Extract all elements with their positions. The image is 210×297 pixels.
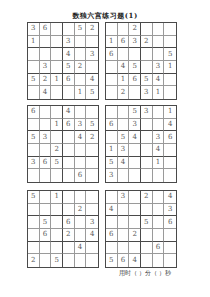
- cell-r5c5: [75, 157, 87, 170]
- cell-r3c1: [28, 216, 40, 229]
- cell-r1c5: [75, 106, 87, 119]
- cell-r4c3: 5: [129, 61, 141, 74]
- cell-r1c1: [106, 191, 118, 204]
- cell-r4c6: [86, 61, 98, 74]
- cell-r5c5: 1: [153, 157, 165, 170]
- cell-r2c1: 1: [28, 36, 40, 49]
- time-used-line: 用时（ ）分（ ）秒: [100, 269, 190, 278]
- cell-r5c6: [164, 74, 176, 87]
- cell-r1c4: [63, 23, 75, 36]
- cell-r6c5: 1: [75, 86, 87, 99]
- cell-r4c3: 2: [51, 144, 63, 157]
- cell-r3c2: [118, 48, 130, 61]
- cell-r1c1: [106, 106, 118, 119]
- cell-r4c2: 4: [118, 61, 130, 74]
- cell-r5c3: [129, 157, 141, 170]
- cell-r2c1: [28, 204, 40, 217]
- cell-r1c4: 3: [141, 106, 153, 119]
- cell-r6c3: [51, 86, 63, 99]
- cell-r6c1: [28, 86, 40, 99]
- cell-r5c4: 5: [141, 74, 153, 87]
- cell-r1c1: 3: [28, 23, 40, 36]
- cell-r6c4: [63, 169, 75, 182]
- cell-r4c1: 6: [106, 229, 118, 242]
- cell-r5c6: [164, 242, 176, 255]
- cell-r2c5: 3: [75, 119, 87, 132]
- cell-r4c4: [141, 144, 153, 157]
- cell-r6c6: 5: [86, 86, 98, 99]
- cell-r5c4: [141, 242, 153, 255]
- sudoku-grid-5: 512563624425: [27, 190, 99, 268]
- cell-r2c5: 2: [75, 204, 87, 217]
- cell-r1c3: 1: [51, 191, 63, 204]
- cell-r4c2: [118, 229, 130, 242]
- cell-r5c2: [118, 242, 130, 255]
- cell-r4c2: 3: [118, 144, 130, 157]
- cell-r5c6: 4: [86, 74, 98, 87]
- cell-r6c4: [63, 86, 75, 99]
- cell-r5c4: 6: [63, 74, 75, 87]
- cell-r4c3: 2: [129, 229, 141, 242]
- cell-r2c4: 3: [63, 36, 75, 49]
- cell-r1c2: [40, 191, 52, 204]
- cell-r3c6: 3: [86, 48, 98, 61]
- cell-r5c1: [28, 242, 40, 255]
- cell-r1c4: [141, 23, 153, 36]
- cell-r1c5: 5: [75, 23, 87, 36]
- cell-r2c3: 1: [51, 119, 63, 132]
- cell-r6c5: [153, 254, 165, 267]
- cell-r5c2: 6: [40, 157, 52, 170]
- cell-r6c4: [141, 254, 153, 267]
- cell-r5c2: 4: [118, 157, 130, 170]
- cell-r5c4: [141, 157, 153, 170]
- cell-r6c1: [106, 86, 118, 99]
- cell-r4c6: [164, 229, 176, 242]
- cell-r3c4: 5: [141, 216, 153, 229]
- cell-r1c5: [153, 191, 165, 204]
- sudoku-grid-6: 3244356626564: [105, 190, 177, 268]
- cell-r5c1: 5: [106, 157, 118, 170]
- cell-r2c3: [129, 204, 141, 217]
- cell-r1c2: [118, 106, 130, 119]
- cell-r1c4: 4: [63, 106, 75, 119]
- cell-r4c4: 2: [63, 229, 75, 242]
- cell-r3c1: 6: [106, 48, 118, 61]
- cell-r5c4: [63, 242, 75, 255]
- cell-r6c2: 4: [40, 86, 52, 99]
- cell-r2c4: [63, 204, 75, 217]
- cell-r2c5: [153, 119, 165, 132]
- cell-r3c1: [28, 48, 40, 61]
- cell-r3c5: [75, 48, 87, 61]
- cell-r4c6: 1: [164, 61, 176, 74]
- cell-r3c2: [40, 48, 52, 61]
- cell-r5c6: [86, 242, 98, 255]
- cell-r1c1: 5: [28, 191, 40, 204]
- cell-r4c2: [40, 144, 52, 157]
- cell-r3c3: [129, 48, 141, 61]
- cell-r3c2: 5: [40, 216, 52, 229]
- cell-r4c1: [28, 229, 40, 242]
- cell-r4c4: [141, 229, 153, 242]
- cell-r2c6: 5: [86, 119, 98, 132]
- cell-r2c1: 6: [106, 119, 118, 132]
- cell-r2c6: [164, 36, 176, 49]
- cell-r1c5: [153, 106, 165, 119]
- cell-r2c6: [86, 36, 98, 49]
- cell-r6c6: [86, 169, 98, 182]
- cell-r2c1: 1: [106, 36, 118, 49]
- cell-r3c5: [153, 48, 165, 61]
- cell-r4c1: 1: [106, 144, 118, 157]
- cell-r3c5: [153, 216, 165, 229]
- cell-r3c3: [129, 216, 141, 229]
- cell-r4c6: [86, 144, 98, 157]
- cell-r3c2: 3: [40, 131, 52, 144]
- cell-r2c3: [51, 204, 63, 217]
- cell-r4c6: [164, 144, 176, 157]
- cell-r6c3: [51, 169, 63, 182]
- cell-r2c2: 6: [118, 36, 130, 49]
- cell-r6c2: 6: [118, 254, 130, 267]
- cell-r3c1: 5: [28, 131, 40, 144]
- cell-r2c3: 3: [129, 36, 141, 49]
- cell-r2c6: 4: [164, 119, 176, 132]
- cell-r1c4: 2: [141, 191, 153, 204]
- cell-r5c1: 5: [28, 74, 40, 87]
- cell-r3c3: [51, 216, 63, 229]
- cell-r5c5: 4: [153, 74, 165, 87]
- cell-r6c3: 4: [129, 254, 141, 267]
- cell-r2c4: [141, 204, 153, 217]
- cell-r2c2: [118, 119, 130, 132]
- cell-r6c5: [153, 169, 165, 182]
- cell-r1c3: 5: [129, 106, 141, 119]
- cell-r3c6: 6: [164, 131, 176, 144]
- cell-r4c5: [153, 229, 165, 242]
- cell-r6c2: [40, 169, 52, 182]
- cell-r6c4: 3: [141, 86, 153, 99]
- sudoku-grid-4: 53163454361345413: [105, 105, 177, 183]
- cell-r1c2: [40, 106, 52, 119]
- cell-r4c4: [63, 144, 75, 157]
- cell-r1c5: [153, 23, 165, 36]
- cell-r6c5: 1: [153, 86, 165, 99]
- cell-r3c2: 5: [118, 131, 130, 144]
- cell-r3c6: 5: [164, 48, 176, 61]
- cell-r4c5: 2: [75, 61, 87, 74]
- cell-r3c4: 4: [63, 48, 75, 61]
- cell-r5c1: [106, 74, 118, 87]
- cell-r4c4: [141, 61, 153, 74]
- cell-r6c1: 5: [106, 254, 118, 267]
- cell-r5c2: 2: [40, 74, 52, 87]
- cell-r5c5: [75, 74, 87, 87]
- cell-r1c2: [118, 23, 130, 36]
- cell-r1c3: [51, 106, 63, 119]
- cell-r5c5: 4: [75, 242, 87, 255]
- cell-r2c3: [51, 36, 63, 49]
- cell-r3c4: [141, 48, 153, 61]
- cell-r5c3: [129, 242, 141, 255]
- cell-r5c4: [63, 157, 75, 170]
- cell-r1c5: [75, 191, 87, 204]
- cell-r1c6: 1: [164, 106, 176, 119]
- cell-r4c1: [28, 61, 40, 74]
- cell-r3c4: [63, 131, 75, 144]
- cell-r3c5: 3: [153, 131, 165, 144]
- cell-r6c4: [141, 169, 153, 182]
- cell-r2c2: [40, 36, 52, 49]
- cell-r4c5: 4: [153, 144, 165, 157]
- cell-r1c3: 2: [129, 23, 141, 36]
- cell-r5c3: 6: [129, 74, 141, 87]
- cell-r3c6: 6: [164, 216, 176, 229]
- cell-r5c1: [106, 242, 118, 255]
- cell-r5c3: 5: [51, 157, 63, 170]
- cell-r2c5: [75, 36, 87, 49]
- cell-r2c5: [153, 36, 165, 49]
- cell-r4c5: 3: [153, 61, 165, 74]
- cell-r3c3: [51, 131, 63, 144]
- cell-r4c6: 4: [86, 229, 98, 242]
- cell-r3c5: [75, 216, 87, 229]
- cell-r4c1: [106, 61, 118, 74]
- cell-r4c4: 5: [63, 61, 75, 74]
- cell-r1c3: [129, 191, 141, 204]
- cell-r5c6: [164, 157, 176, 170]
- cell-r3c5: 4: [75, 131, 87, 144]
- cell-r3c2: [118, 216, 130, 229]
- cell-r4c2: 3: [40, 61, 52, 74]
- cell-r1c1: 6: [28, 106, 40, 119]
- cell-r6c5: 6: [75, 169, 87, 182]
- cell-r6c2: [118, 169, 130, 182]
- cell-r6c6: [86, 254, 98, 267]
- cell-r2c1: 4: [106, 204, 118, 217]
- cell-r4c3: [51, 229, 63, 242]
- sudoku-grid-3: 641635534223656: [27, 105, 99, 183]
- cell-r6c2: 2: [118, 86, 130, 99]
- cell-r3c4: [141, 131, 153, 144]
- cell-r4c5: [75, 229, 87, 242]
- cell-r3c1: [106, 131, 118, 144]
- cell-r2c2: [118, 204, 130, 217]
- sudoku-grid-2: 216326545311654231: [105, 22, 177, 100]
- page-title: 数独六宫练习题(1): [0, 11, 210, 21]
- cell-r1c2: 3: [118, 191, 130, 204]
- cell-r4c3: [129, 144, 141, 157]
- cell-r6c5: [75, 254, 87, 267]
- cell-r2c4: [141, 119, 153, 132]
- cell-r2c5: [153, 204, 165, 217]
- cell-r3c1: [106, 216, 118, 229]
- cell-r1c6: 2: [86, 23, 98, 36]
- cell-r5c2: [40, 242, 52, 255]
- cell-r2c6: 3: [164, 204, 176, 217]
- worksheet-page: 数独六宫练习题(1) 3652134335252164415 216326545…: [0, 0, 210, 297]
- cell-r1c6: [86, 106, 98, 119]
- cell-r5c3: [51, 242, 63, 255]
- cell-r4c1: [28, 144, 40, 157]
- cell-r2c2: [40, 204, 52, 217]
- cell-r1c6: [164, 23, 176, 36]
- sudoku-grid-1: 3652134335252164415: [27, 22, 99, 100]
- cell-r6c3: 5: [51, 254, 63, 267]
- cell-r5c2: 1: [118, 74, 130, 87]
- cell-r1c4: [63, 191, 75, 204]
- cell-r1c3: [51, 23, 63, 36]
- cell-r5c6: [86, 157, 98, 170]
- cell-r6c6: [164, 86, 176, 99]
- cell-r3c3: [51, 48, 63, 61]
- cell-r1c2: 6: [40, 23, 52, 36]
- cell-r3c3: 4: [129, 131, 141, 144]
- cell-r5c3: 1: [51, 74, 63, 87]
- cell-r5c1: 3: [28, 157, 40, 170]
- cell-r6c3: [129, 169, 141, 182]
- cell-r6c2: [40, 254, 52, 267]
- cell-r1c6: [86, 191, 98, 204]
- cell-r4c3: [51, 61, 63, 74]
- cell-r3c4: 6: [63, 216, 75, 229]
- cell-r2c3: 3: [129, 119, 141, 132]
- cell-r1c1: [106, 23, 118, 36]
- cell-r6c3: [129, 86, 141, 99]
- cell-r6c1: 2: [28, 254, 40, 267]
- cell-r4c5: [75, 144, 87, 157]
- cell-r3c6: 3: [86, 216, 98, 229]
- cell-r2c1: [28, 119, 40, 132]
- cell-r2c4: 2: [141, 36, 153, 49]
- cell-r2c2: [40, 119, 52, 132]
- cell-r1c6: 4: [164, 191, 176, 204]
- cell-r3c6: 2: [86, 131, 98, 144]
- cell-r6c6: [164, 169, 176, 182]
- cell-r5c5: 6: [153, 242, 165, 255]
- cell-r2c4: 6: [63, 119, 75, 132]
- cell-r6c4: [63, 254, 75, 267]
- cell-r6c6: [164, 254, 176, 267]
- cell-r6c1: [28, 169, 40, 182]
- cell-r6c1: 3: [106, 169, 118, 182]
- cell-r4c2: 6: [40, 229, 52, 242]
- cell-r2c6: [86, 204, 98, 217]
